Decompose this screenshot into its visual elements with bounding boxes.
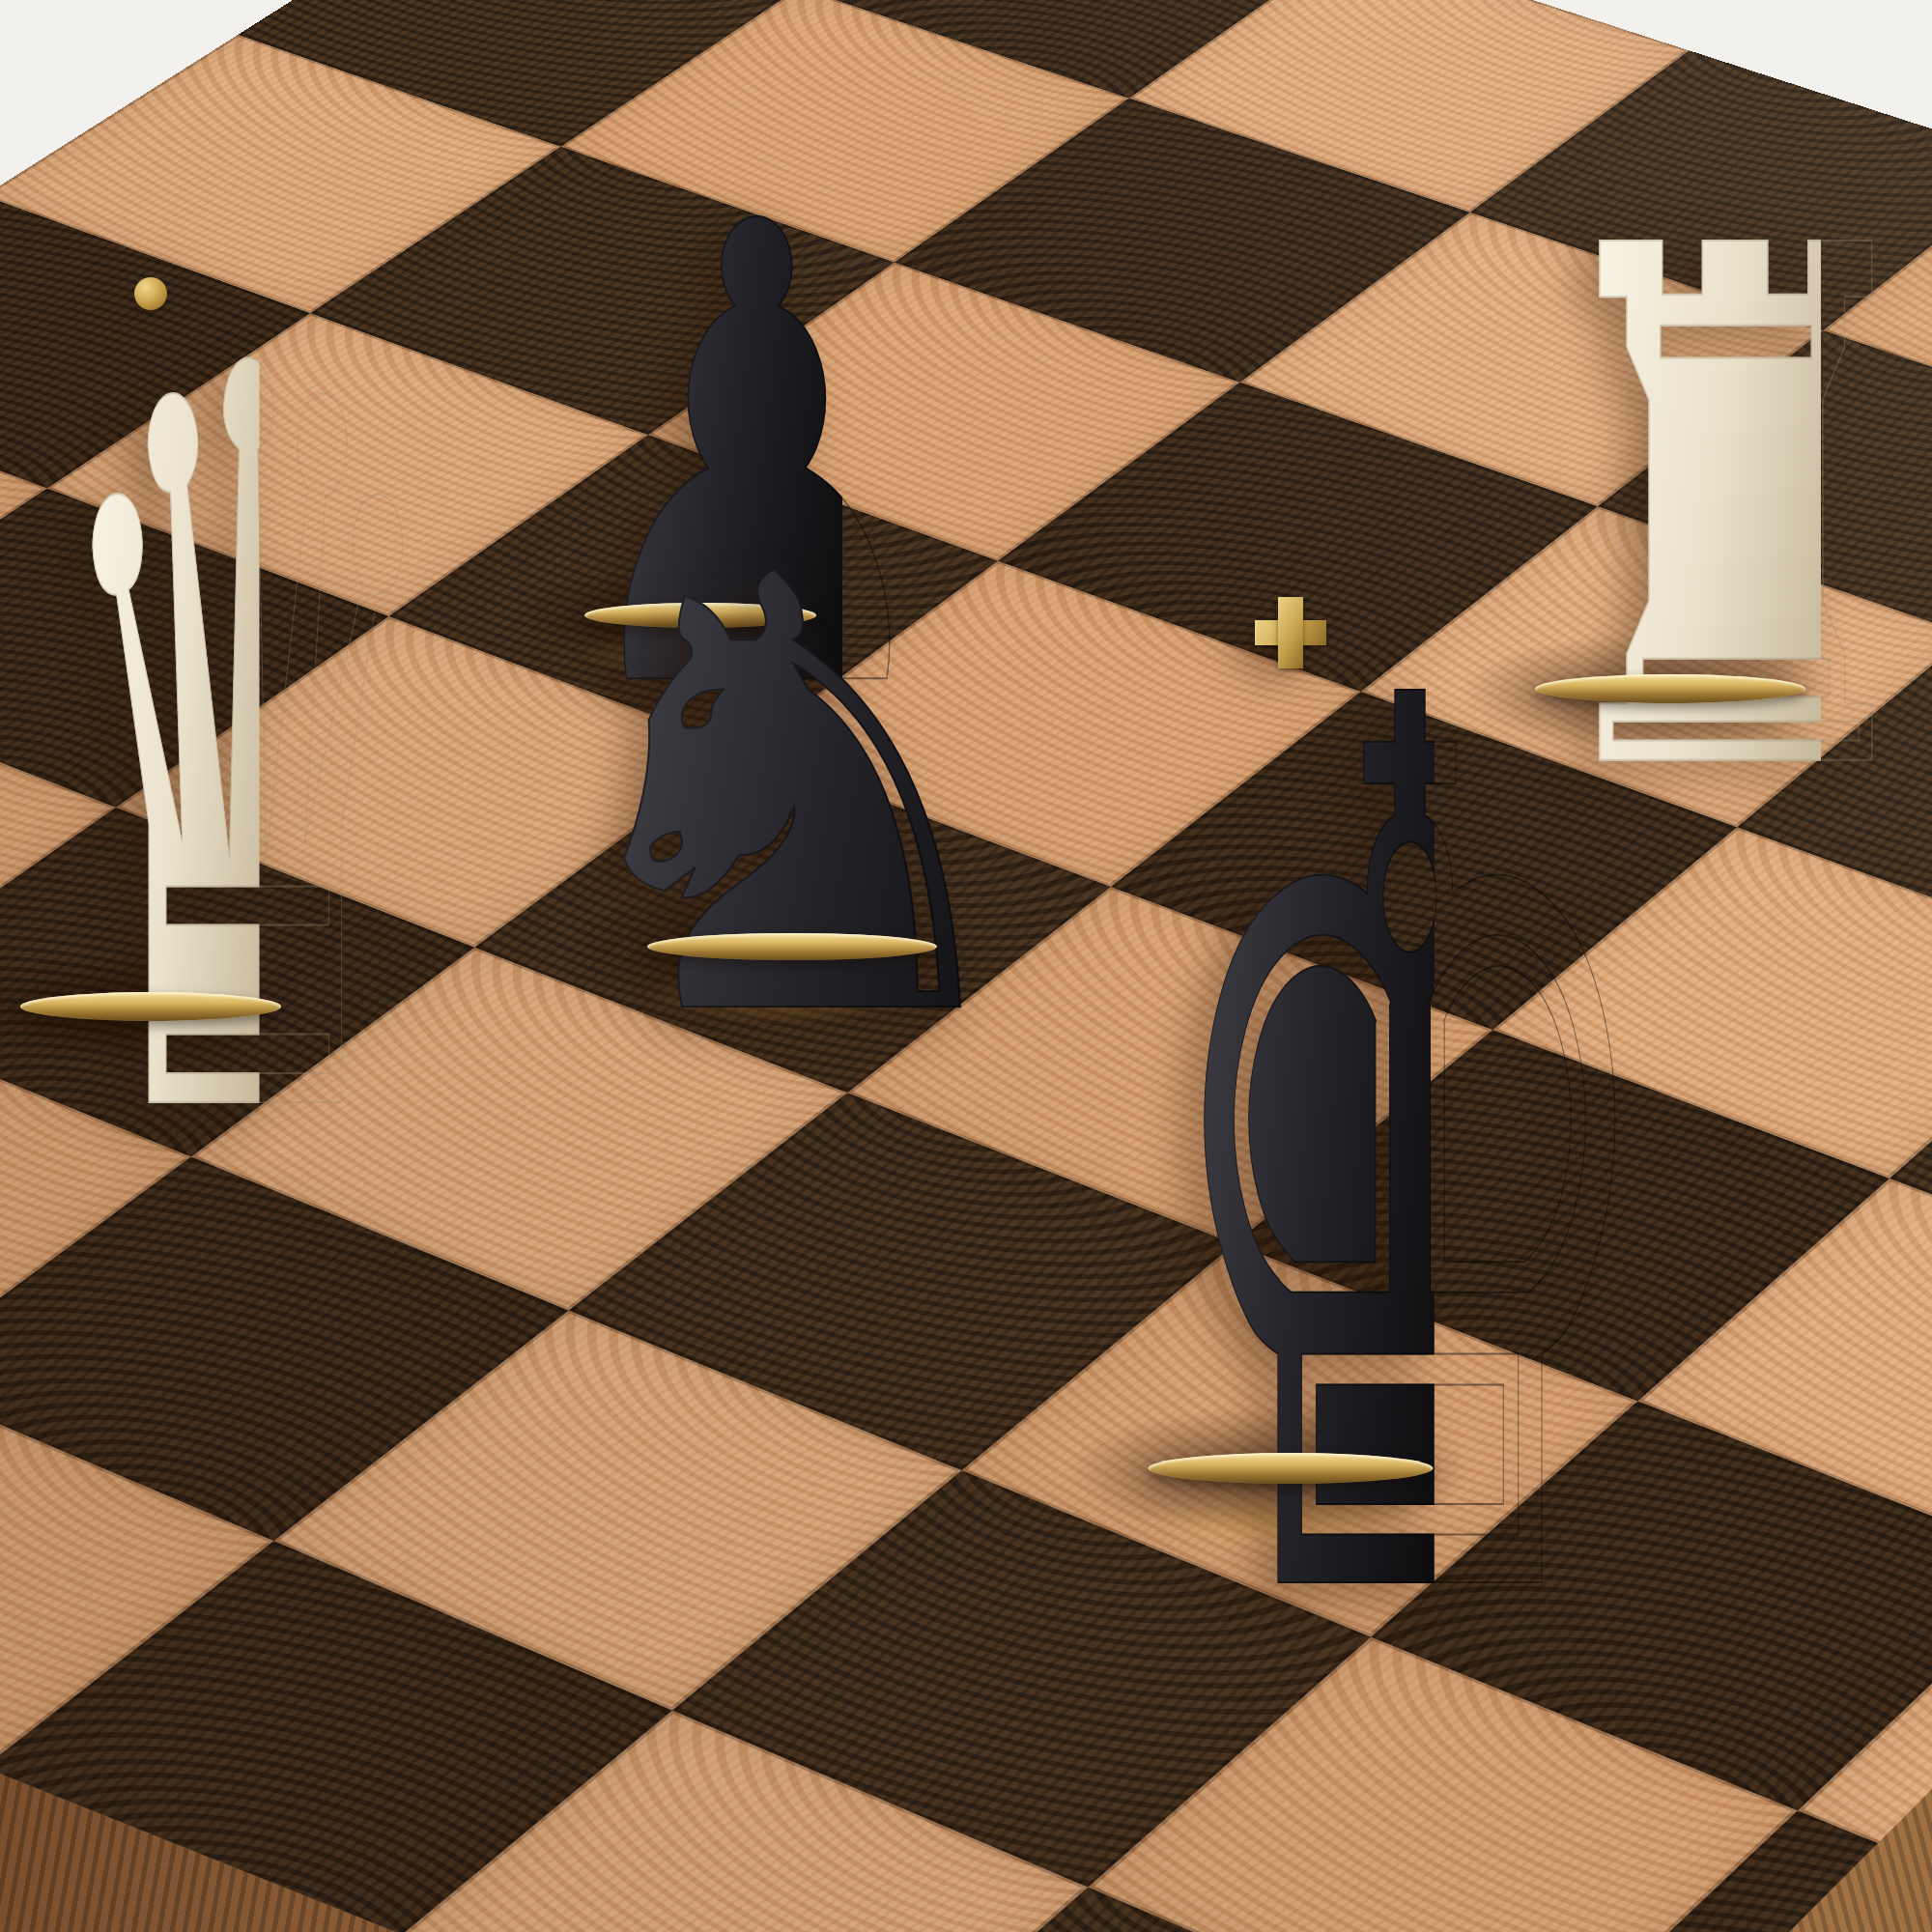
- brass-base-ring: [1149, 1453, 1434, 1484]
- photo-stage: ♟♜♞♛♚: [0, 0, 1932, 1932]
- brass-base-ring: [647, 933, 937, 960]
- brass-base-ring: [20, 992, 281, 1021]
- queen-glyph: ♛: [43, 241, 260, 1260]
- knight-glyph: ♞: [527, 500, 1058, 1099]
- king-glyph: ♚: [1147, 549, 1435, 1771]
- brass-finial-ball: [134, 277, 167, 310]
- brass-cross: [1255, 597, 1326, 668]
- white-queen-c3[interactable]: ♛: [0, 285, 392, 1019]
- black-king-f3[interactable]: ♚: [991, 603, 1590, 1482]
- black-knight-d4[interactable]: ♞: [522, 528, 1063, 958]
